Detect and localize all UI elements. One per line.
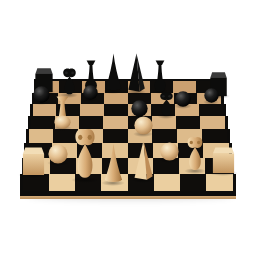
- piece-black-knight-f6[interactable]: [158, 91, 175, 117]
- photo-stage: [0, 0, 255, 255]
- piece-black-queen-d8[interactable]: [104, 53, 123, 92]
- piece-white-pawn-f2[interactable]: [160, 142, 179, 161]
- piece-white-queen-d1[interactable]: [103, 143, 124, 184]
- piece-black-pawn-a7[interactable]: [33, 86, 50, 103]
- piece-white-bishop-b4[interactable]: [53, 96, 72, 129]
- piece-white-rook-a1[interactable]: [20, 146, 47, 176]
- piece-white-knight-g1[interactable]: [185, 135, 205, 172]
- piece-black-pawn-e6[interactable]: [131, 100, 148, 117]
- piece-black-pawn-g6[interactable]: [175, 91, 191, 107]
- piece-white-rook-h1[interactable]: [210, 146, 237, 174]
- piece-white-pawn-b2[interactable]: [48, 144, 68, 164]
- piece-white-pawn-e4[interactable]: [134, 116, 153, 135]
- piece-black-pawn-h7[interactable]: [204, 88, 219, 103]
- piece-white-knight-c1[interactable]: [72, 126, 98, 181]
- piece-black-pawn-c7[interactable]: [83, 85, 98, 100]
- piece-black-knight-b8[interactable]: [61, 67, 78, 96]
- piece-black-king-e8[interactable]: [127, 53, 146, 93]
- piece-black-bishop-f8[interactable]: [153, 60, 167, 92]
- pieces-layer: [0, 0, 255, 255]
- piece-white-king-e1[interactable]: [133, 140, 154, 181]
